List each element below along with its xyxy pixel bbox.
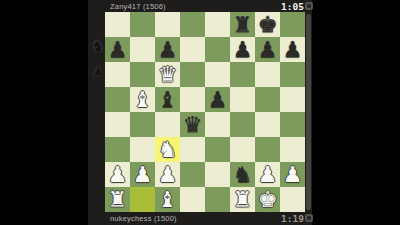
square-a4[interactable] [105,112,130,137]
white-queen[interactable]: ♛ [158,62,178,87]
square-g6[interactable] [255,62,280,87]
square-h5[interactable] [280,87,305,112]
bottom-player-name: nukeychess [110,214,152,223]
square-d7[interactable] [180,37,205,62]
square-g3[interactable] [255,137,280,162]
white-pawn[interactable]: ♟ [108,162,128,187]
square-e8[interactable] [205,12,230,37]
square-h2[interactable]: ♟ [280,162,305,187]
captured-knight-icon: ♞ [91,36,105,55]
square-c6[interactable]: ♛ [155,62,180,87]
white-bishop[interactable]: ♝ [158,187,178,212]
black-pawn[interactable]: ♟ [233,37,253,62]
square-b3[interactable] [130,137,155,162]
square-c5[interactable]: ♝ [155,87,180,112]
white-knight[interactable]: ♞ [158,137,178,162]
black-pawn[interactable]: ♟ [283,37,303,62]
white-pawn[interactable]: ♟ [258,162,278,187]
white-king[interactable]: ♚ [258,187,278,212]
square-b8[interactable] [130,12,155,37]
white-rook[interactable]: ♜ [233,187,253,212]
square-h6[interactable] [280,62,305,87]
square-f2[interactable]: ♞ [230,162,255,187]
square-f1[interactable]: ♜ [230,187,255,212]
square-e3[interactable] [205,137,230,162]
square-e2[interactable] [205,162,230,187]
square-d6[interactable] [180,62,205,87]
captured-pawn: ♟ 3 [92,62,104,78]
square-h8[interactable] [280,12,305,37]
top-player-name: Zany417 [110,2,141,11]
square-f8[interactable]: ♜ [230,12,255,37]
square-e1[interactable] [205,187,230,212]
square-e4[interactable] [205,112,230,137]
square-d2[interactable] [180,162,205,187]
square-d4[interactable]: ♛ [180,112,205,137]
square-c8[interactable] [155,12,180,37]
square-e5[interactable]: ♟ [205,87,230,112]
top-clock-icon[interactable] [305,2,313,10]
square-d5[interactable] [180,87,205,112]
square-d1[interactable] [180,187,205,212]
bottom-player-rating: (1500) [154,214,177,223]
black-pawn[interactable]: ♟ [208,87,228,112]
white-pawn[interactable]: ♟ [158,162,178,187]
square-h1[interactable] [280,187,305,212]
square-h4[interactable] [280,112,305,137]
black-knight[interactable]: ♞ [233,162,253,187]
square-b5[interactable]: ♝ [130,87,155,112]
square-a3[interactable] [105,137,130,162]
square-h7[interactable]: ♟ [280,37,305,62]
white-rook[interactable]: ♜ [108,187,128,212]
top-clock-icon-glyph [307,4,311,8]
square-b7[interactable] [130,37,155,62]
square-g8[interactable]: ♚ [255,12,280,37]
square-g1[interactable]: ♚ [255,187,280,212]
app-window: Zany417 (1506) 1:05 ♞ ♟ 3 ♜♚♟♟♟♟♟♛♝♝♟♛♞♟… [0,0,400,225]
square-a6[interactable] [105,62,130,87]
square-b1[interactable] [130,187,155,212]
square-a8[interactable] [105,12,130,37]
square-d3[interactable] [180,137,205,162]
bottom-player-label: nukeychess (1500) [110,214,177,223]
square-a7[interactable]: ♟ [105,37,130,62]
black-queen[interactable]: ♛ [183,112,203,137]
black-pawn[interactable]: ♟ [258,37,278,62]
bottom-clock-icon-glyph [307,216,311,220]
bottom-player-clock: 1:19 [281,213,304,224]
square-e6[interactable] [205,62,230,87]
top-player-label: Zany417 (1506) [110,2,166,11]
white-bishop[interactable]: ♝ [133,87,153,112]
square-g5[interactable] [255,87,280,112]
top-player-clock: 1:05 [281,1,304,12]
square-a5[interactable] [105,87,130,112]
chess-board[interactable]: ♜♚♟♟♟♟♟♛♝♝♟♛♞♟♟♟♞♟♟♜♝♜♚ [105,12,305,212]
captured-pieces-tray: ♞ ♟ 3 [90,38,106,78]
bottom-clock-icon[interactable] [305,214,313,222]
white-pawn[interactable]: ♟ [283,162,303,187]
square-h3[interactable] [280,137,305,162]
square-a2[interactable]: ♟ [105,162,130,187]
black-king[interactable]: ♚ [258,12,278,37]
black-rook[interactable]: ♜ [233,12,253,37]
square-f3[interactable] [230,137,255,162]
square-g4[interactable] [255,112,280,137]
square-b6[interactable] [130,62,155,87]
top-player-rating: (1506) [143,2,166,11]
square-b4[interactable] [130,112,155,137]
square-d8[interactable] [180,12,205,37]
square-e7[interactable] [205,37,230,62]
square-c3[interactable]: ♞ [155,137,180,162]
square-f4[interactable] [230,112,255,137]
captured-knight: ♞ [91,38,105,54]
square-b2[interactable]: ♟ [130,162,155,187]
square-f6[interactable] [230,62,255,87]
square-c4[interactable] [155,112,180,137]
scrollbar[interactable] [306,14,311,210]
square-f7[interactable]: ♟ [230,37,255,62]
black-bishop[interactable]: ♝ [158,87,178,112]
white-pawn[interactable]: ♟ [133,162,153,187]
black-pawn[interactable]: ♟ [108,37,128,62]
square-c2[interactable]: ♟ [155,162,180,187]
black-pawn[interactable]: ♟ [158,37,178,62]
captured-pawn-icon: ♟ [92,63,104,78]
square-c1[interactable]: ♝ [155,187,180,212]
square-f5[interactable] [230,87,255,112]
square-c7[interactable]: ♟ [155,37,180,62]
square-g7[interactable]: ♟ [255,37,280,62]
square-a1[interactable]: ♜ [105,187,130,212]
square-g2[interactable]: ♟ [255,162,280,187]
